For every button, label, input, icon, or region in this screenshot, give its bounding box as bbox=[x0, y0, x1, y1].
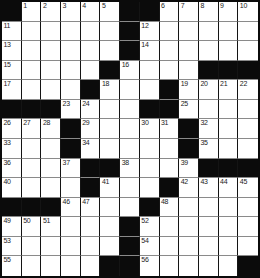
clue-number: 53 bbox=[4, 237, 11, 245]
cell-r13c7 bbox=[120, 237, 140, 257]
clue-number: 48 bbox=[161, 198, 168, 206]
cell-r2c1[interactable]: 11 bbox=[2, 22, 22, 42]
clue-number: 38 bbox=[122, 159, 129, 167]
cell-r7c7[interactable] bbox=[120, 119, 140, 139]
cell-r1c7 bbox=[120, 2, 140, 22]
cell-r3c11[interactable] bbox=[199, 41, 219, 61]
clue-number: 45 bbox=[240, 178, 247, 186]
cell-r4c6 bbox=[100, 61, 120, 81]
cell-r14c10[interactable] bbox=[179, 256, 199, 276]
cell-r12c9[interactable] bbox=[160, 217, 180, 237]
cell-r12c11[interactable] bbox=[199, 217, 219, 237]
cell-r12c6[interactable] bbox=[100, 217, 120, 237]
cell-r5c13[interactable]: 22 bbox=[238, 80, 258, 100]
cell-r7c13[interactable] bbox=[238, 119, 258, 139]
cell-r3c12[interactable] bbox=[219, 41, 239, 61]
cell-r5c3[interactable] bbox=[41, 80, 61, 100]
clue-number: 15 bbox=[4, 61, 11, 69]
cell-r4c13 bbox=[238, 61, 258, 81]
clue-number: 14 bbox=[141, 41, 148, 49]
cell-r14c11[interactable] bbox=[199, 256, 219, 276]
cell-r5c10[interactable]: 19 bbox=[179, 80, 199, 100]
clue-number: 27 bbox=[23, 119, 30, 127]
cell-r2c6[interactable] bbox=[100, 22, 120, 42]
clue-number: 34 bbox=[82, 139, 89, 147]
cell-r10c3[interactable] bbox=[41, 178, 61, 198]
clue-number: 42 bbox=[181, 178, 188, 186]
cell-r1c11[interactable]: 8 bbox=[199, 2, 219, 22]
cell-r3c2[interactable] bbox=[22, 41, 42, 61]
cell-r11c6[interactable] bbox=[100, 198, 120, 218]
cell-r10c4[interactable] bbox=[61, 178, 81, 198]
clue-number: 31 bbox=[161, 119, 168, 127]
cell-r8c2[interactable] bbox=[22, 139, 42, 159]
cell-r2c3[interactable] bbox=[41, 22, 61, 42]
cell-r14c13 bbox=[238, 256, 258, 276]
cell-r9c5 bbox=[81, 159, 101, 179]
cell-r13c11[interactable] bbox=[199, 237, 219, 257]
clue-number: 18 bbox=[102, 80, 109, 88]
cell-r6c9 bbox=[160, 100, 180, 120]
cell-r2c4[interactable] bbox=[61, 22, 81, 42]
clue-number: 23 bbox=[63, 100, 70, 108]
cell-r4c3[interactable] bbox=[41, 61, 61, 81]
cell-r11c12[interactable] bbox=[219, 198, 239, 218]
cell-r10c7[interactable] bbox=[120, 178, 140, 198]
cell-r10c13[interactable]: 45 bbox=[238, 178, 258, 198]
cell-r3c4[interactable] bbox=[61, 41, 81, 61]
cell-r1c5[interactable]: 4 bbox=[81, 2, 101, 22]
cell-r6c2 bbox=[22, 100, 42, 120]
cell-r11c2 bbox=[22, 198, 42, 218]
cell-r7c8[interactable]: 30 bbox=[140, 119, 160, 139]
cell-r5c9 bbox=[160, 80, 180, 100]
clue-number: 5 bbox=[102, 2, 106, 10]
cell-r1c1 bbox=[2, 2, 22, 22]
cell-r13c5[interactable] bbox=[81, 237, 101, 257]
clue-number: 49 bbox=[4, 217, 11, 225]
clue-number: 37 bbox=[63, 159, 70, 167]
cell-r10c6[interactable]: 41 bbox=[100, 178, 120, 198]
cell-r14c9[interactable] bbox=[160, 256, 180, 276]
cell-r14c7 bbox=[120, 256, 140, 276]
clue-number: 56 bbox=[141, 256, 148, 264]
cell-r8c3[interactable] bbox=[41, 139, 61, 159]
cell-r5c7[interactable] bbox=[120, 80, 140, 100]
cell-r1c2[interactable]: 1 bbox=[22, 2, 42, 22]
cell-r9c7[interactable]: 38 bbox=[120, 159, 140, 179]
clue-number: 50 bbox=[23, 217, 30, 225]
cell-r14c2[interactable] bbox=[22, 256, 42, 276]
cell-r1c12[interactable]: 9 bbox=[219, 2, 239, 22]
clue-number: 54 bbox=[141, 237, 148, 245]
cell-r7c2[interactable]: 27 bbox=[22, 119, 42, 139]
cell-r8c7[interactable] bbox=[120, 139, 140, 159]
cell-r12c7 bbox=[120, 217, 140, 237]
cell-r1c13[interactable]: 10 bbox=[238, 2, 258, 22]
cell-r13c10[interactable] bbox=[179, 237, 199, 257]
clue-number: 21 bbox=[220, 80, 227, 88]
cell-r9c11 bbox=[199, 159, 219, 179]
cell-r8c10 bbox=[179, 139, 199, 159]
cell-r5c12[interactable]: 21 bbox=[219, 80, 239, 100]
cell-r13c1[interactable]: 53 bbox=[2, 237, 22, 257]
cell-r2c7 bbox=[120, 22, 140, 42]
cell-r4c11 bbox=[199, 61, 219, 81]
cell-r8c6[interactable] bbox=[100, 139, 120, 159]
cell-r7c6[interactable] bbox=[100, 119, 120, 139]
clue-number: 7 bbox=[181, 2, 185, 10]
clue-number: 17 bbox=[4, 80, 11, 88]
clue-number: 10 bbox=[240, 2, 247, 10]
cell-r4c10[interactable] bbox=[179, 61, 199, 81]
cell-r7c9[interactable]: 31 bbox=[160, 119, 180, 139]
cell-r14c12[interactable] bbox=[219, 256, 239, 276]
clue-number: 29 bbox=[82, 119, 89, 127]
cell-r10c2[interactable] bbox=[22, 178, 42, 198]
cell-r4c9[interactable] bbox=[160, 61, 180, 81]
cell-r3c9[interactable] bbox=[160, 41, 180, 61]
clue-number: 33 bbox=[4, 139, 11, 147]
clue-number: 40 bbox=[4, 178, 11, 186]
cell-r9c8[interactable] bbox=[140, 159, 160, 179]
cell-r10c8[interactable] bbox=[140, 178, 160, 198]
cell-r11c5[interactable]: 47 bbox=[81, 198, 101, 218]
cell-r12c4[interactable] bbox=[61, 217, 81, 237]
cell-r8c11[interactable]: 35 bbox=[199, 139, 219, 159]
cell-r11c8 bbox=[140, 198, 160, 218]
clue-number: 12 bbox=[141, 22, 148, 30]
cell-r5c8[interactable] bbox=[140, 80, 160, 100]
clue-number: 11 bbox=[4, 22, 11, 30]
clue-number: 28 bbox=[43, 119, 50, 127]
clue-number: 43 bbox=[200, 178, 207, 186]
cell-r6c8 bbox=[140, 100, 160, 120]
cell-r11c7[interactable] bbox=[120, 198, 140, 218]
cell-r13c13[interactable] bbox=[238, 237, 258, 257]
cell-r11c4[interactable]: 46 bbox=[61, 198, 81, 218]
clue-number: 9 bbox=[220, 2, 224, 10]
cell-r3c7 bbox=[120, 41, 140, 61]
cell-r8c13[interactable] bbox=[238, 139, 258, 159]
cell-r6c12[interactable] bbox=[219, 100, 239, 120]
clue-number: 52 bbox=[141, 217, 148, 225]
cell-r1c10[interactable]: 7 bbox=[179, 2, 199, 22]
cell-r5c6[interactable]: 18 bbox=[100, 80, 120, 100]
cell-r6c11[interactable] bbox=[199, 100, 219, 120]
clue-number: 1 bbox=[23, 2, 27, 10]
cell-r4c8[interactable] bbox=[140, 61, 160, 81]
cell-r11c13[interactable] bbox=[238, 198, 258, 218]
clue-number: 41 bbox=[102, 178, 109, 186]
clue-number: 20 bbox=[200, 80, 207, 88]
cell-r13c12[interactable] bbox=[219, 237, 239, 257]
cell-r3c8[interactable]: 14 bbox=[140, 41, 160, 61]
cell-r9c13 bbox=[238, 159, 258, 179]
cell-r11c3 bbox=[41, 198, 61, 218]
cell-r14c3[interactable] bbox=[41, 256, 61, 276]
clue-number: 4 bbox=[82, 2, 86, 10]
clue-number: 16 bbox=[122, 61, 129, 69]
cell-r6c10[interactable]: 25 bbox=[179, 100, 199, 120]
clue-number: 19 bbox=[181, 80, 188, 88]
cell-r5c5 bbox=[81, 80, 101, 100]
cell-r8c9[interactable] bbox=[160, 139, 180, 159]
cell-r10c11[interactable]: 43 bbox=[199, 178, 219, 198]
cell-r13c6[interactable] bbox=[100, 237, 120, 257]
clue-number: 35 bbox=[200, 139, 207, 147]
cell-r13c4[interactable] bbox=[61, 237, 81, 257]
cell-r13c3[interactable] bbox=[41, 237, 61, 257]
cell-r2c13[interactable] bbox=[238, 22, 258, 42]
clue-number: 8 bbox=[200, 2, 204, 10]
clue-number: 55 bbox=[4, 256, 11, 264]
cell-r6c3 bbox=[41, 100, 61, 120]
cell-r7c5[interactable]: 29 bbox=[81, 119, 101, 139]
cell-r5c11[interactable]: 20 bbox=[199, 80, 219, 100]
cell-r4c1[interactable]: 15 bbox=[2, 61, 22, 81]
cell-r3c10[interactable] bbox=[179, 41, 199, 61]
clue-number: 39 bbox=[181, 159, 188, 167]
cell-r6c13[interactable] bbox=[238, 100, 258, 120]
cell-r3c3[interactable] bbox=[41, 41, 61, 61]
cell-r7c1[interactable]: 26 bbox=[2, 119, 22, 139]
cell-r14c1[interactable]: 55 bbox=[2, 256, 22, 276]
cell-r8c1[interactable]: 33 bbox=[2, 139, 22, 159]
cell-r11c9[interactable]: 48 bbox=[160, 198, 180, 218]
cell-r4c7[interactable]: 16 bbox=[120, 61, 140, 81]
cell-r11c10[interactable] bbox=[179, 198, 199, 218]
cell-r9c2[interactable] bbox=[22, 159, 42, 179]
clue-number: 44 bbox=[220, 178, 227, 186]
cell-r3c13[interactable] bbox=[238, 41, 258, 61]
cell-r10c12[interactable]: 44 bbox=[219, 178, 239, 198]
cell-r12c12[interactable] bbox=[219, 217, 239, 237]
cell-r3c1[interactable]: 13 bbox=[2, 41, 22, 61]
cell-r7c4 bbox=[61, 119, 81, 139]
cell-r12c13[interactable] bbox=[238, 217, 258, 237]
cell-r2c11[interactable] bbox=[199, 22, 219, 42]
cell-r9c9[interactable] bbox=[160, 159, 180, 179]
clue-number: 2 bbox=[43, 2, 47, 10]
clue-number: 32 bbox=[200, 119, 207, 127]
cell-r7c3[interactable]: 28 bbox=[41, 119, 61, 139]
clue-number: 46 bbox=[63, 198, 70, 206]
crossword-board: 1234567891011121314151617181920212223242… bbox=[0, 0, 260, 278]
cell-r10c1[interactable]: 40 bbox=[2, 178, 22, 198]
cell-r6c6[interactable] bbox=[100, 100, 120, 120]
cell-r7c12[interactable] bbox=[219, 119, 239, 139]
cell-r4c12 bbox=[219, 61, 239, 81]
cell-r1c6[interactable]: 5 bbox=[100, 2, 120, 22]
clue-number: 26 bbox=[4, 119, 11, 127]
cell-r1c8 bbox=[140, 2, 160, 22]
cell-r9c12 bbox=[219, 159, 239, 179]
clue-number: 13 bbox=[4, 41, 11, 49]
cell-r12c2[interactable]: 50 bbox=[22, 217, 42, 237]
cell-r2c10[interactable] bbox=[179, 22, 199, 42]
cell-r1c4[interactable]: 3 bbox=[61, 2, 81, 22]
cell-r5c4[interactable] bbox=[61, 80, 81, 100]
cell-r7c10 bbox=[179, 119, 199, 139]
cell-r6c1 bbox=[2, 100, 22, 120]
clue-number: 22 bbox=[240, 80, 247, 88]
cell-r8c12[interactable] bbox=[219, 139, 239, 159]
cell-r4c4[interactable] bbox=[61, 61, 81, 81]
cell-r9c4[interactable]: 37 bbox=[61, 159, 81, 179]
cell-r1c9[interactable]: 6 bbox=[160, 2, 180, 22]
clue-number: 6 bbox=[161, 2, 165, 10]
clue-number: 30 bbox=[141, 119, 148, 127]
cell-r8c4 bbox=[61, 139, 81, 159]
cell-r1c3[interactable]: 2 bbox=[41, 2, 61, 22]
clue-number: 25 bbox=[181, 100, 188, 108]
cell-r9c10[interactable]: 39 bbox=[179, 159, 199, 179]
cell-r9c3[interactable] bbox=[41, 159, 61, 179]
clue-number: 24 bbox=[82, 100, 89, 108]
cell-r14c8[interactable]: 56 bbox=[140, 256, 160, 276]
cell-r8c8[interactable] bbox=[140, 139, 160, 159]
clue-number: 36 bbox=[4, 159, 11, 167]
cell-r11c11[interactable] bbox=[199, 198, 219, 218]
cell-r12c3[interactable]: 51 bbox=[41, 217, 61, 237]
cell-r9c1[interactable]: 36 bbox=[2, 159, 22, 179]
cell-r6c5[interactable]: 24 bbox=[81, 100, 101, 120]
cell-r2c2[interactable] bbox=[22, 22, 42, 42]
clue-number: 3 bbox=[63, 2, 67, 10]
cell-r8c5[interactable]: 34 bbox=[81, 139, 101, 159]
cell-r13c9[interactable] bbox=[160, 237, 180, 257]
cell-r14c5[interactable] bbox=[81, 256, 101, 276]
cell-r9c6 bbox=[100, 159, 120, 179]
clue-number: 47 bbox=[82, 198, 89, 206]
cell-r12c5[interactable] bbox=[81, 217, 101, 237]
cell-r14c6 bbox=[100, 256, 120, 276]
cell-r10c10[interactable]: 42 bbox=[179, 178, 199, 198]
cell-r3c6[interactable] bbox=[100, 41, 120, 61]
cell-r7c11[interactable]: 32 bbox=[199, 119, 219, 139]
cell-r3c5[interactable] bbox=[81, 41, 101, 61]
cell-r2c9[interactable] bbox=[160, 22, 180, 42]
cell-r12c10[interactable] bbox=[179, 217, 199, 237]
cell-r13c8[interactable]: 54 bbox=[140, 237, 160, 257]
cell-r13c2[interactable] bbox=[22, 237, 42, 257]
cell-r2c8[interactable]: 12 bbox=[140, 22, 160, 42]
cell-r10c5 bbox=[81, 178, 101, 198]
cell-r6c7[interactable] bbox=[120, 100, 140, 120]
cell-r12c1[interactable]: 49 bbox=[2, 217, 22, 237]
cell-r6c4[interactable]: 23 bbox=[61, 100, 81, 120]
cell-r2c12[interactable] bbox=[219, 22, 239, 42]
cell-r5c1[interactable]: 17 bbox=[2, 80, 22, 100]
cell-r2c5[interactable] bbox=[81, 22, 101, 42]
cell-r11c1 bbox=[2, 198, 22, 218]
cell-r4c2[interactable] bbox=[22, 61, 42, 81]
cell-r12c8[interactable]: 52 bbox=[140, 217, 160, 237]
cell-r10c9 bbox=[160, 178, 180, 198]
cell-r14c4[interactable] bbox=[61, 256, 81, 276]
cell-r4c5[interactable] bbox=[81, 61, 101, 81]
cell-r5c2[interactable] bbox=[22, 80, 42, 100]
clue-number: 51 bbox=[43, 217, 50, 225]
